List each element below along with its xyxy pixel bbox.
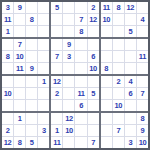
sudoku-box-11: 12110117 <box>51 113 98 148</box>
sudoku-cell-r7c2[interactable] <box>14 76 25 87</box>
sudoku-cell-r11c4[interactable]: 3 <box>38 125 49 136</box>
sudoku-cell-r8c7[interactable]: 11 <box>75 88 86 99</box>
sudoku-cell-r11c2[interactable] <box>14 125 25 136</box>
sudoku-cell-r6c11[interactable] <box>125 63 136 74</box>
sudoku-cell-r10c4[interactable] <box>38 113 49 124</box>
sudoku-cell-r10c12[interactable]: 8 <box>137 113 148 124</box>
sudoku-cell-r10c7[interactable] <box>75 113 86 124</box>
sudoku-cell-r1c2[interactable]: 9 <box>14 2 25 13</box>
sudoku-cell-r9c11[interactable] <box>125 100 136 111</box>
sudoku-cell-r12c2[interactable]: 8 <box>14 137 25 148</box>
sudoku-cell-r11c5[interactable]: 1 <box>51 125 62 136</box>
sudoku-cell-r12c11[interactable]: 3 <box>125 137 136 148</box>
sudoku-cell-r5c10[interactable] <box>113 51 124 62</box>
sudoku-cell-r7c9[interactable] <box>101 76 112 87</box>
sudoku-box-1: 391181 <box>2 2 49 37</box>
sudoku-cell-r5c5[interactable]: 7 <box>51 51 62 62</box>
sudoku-cell-r10c6[interactable]: 12 <box>63 113 74 124</box>
sudoku-cell-r12c7[interactable] <box>75 137 86 148</box>
sudoku-cell-r4c2[interactable]: 7 <box>14 39 25 50</box>
sudoku-cell-r8c11[interactable]: 6 <box>125 88 136 99</box>
sudoku-cell-r10c2[interactable]: 1 <box>14 113 25 124</box>
sudoku-cell-r8c2[interactable] <box>14 88 25 99</box>
sudoku-cell-r2c5[interactable] <box>51 14 62 25</box>
sudoku-cell-r9c1[interactable] <box>2 100 13 111</box>
sudoku-cell-r11c12[interactable]: 9 <box>137 125 148 136</box>
sudoku-cell-r10c9[interactable] <box>101 113 112 124</box>
sudoku-cell-r1c4[interactable] <box>38 2 49 13</box>
sudoku-cell-r1c3[interactable] <box>26 2 37 13</box>
sudoku-cell-r1c7[interactable] <box>75 2 86 13</box>
sudoku-cell-r4c3[interactable] <box>26 39 37 50</box>
sudoku-cell-r1c5[interactable]: 5 <box>51 2 62 13</box>
sudoku-cell-r11c6[interactable]: 10 <box>63 125 74 136</box>
sudoku-cell-r6c1[interactable] <box>2 63 13 74</box>
sudoku-cell-r9c12[interactable] <box>137 100 148 111</box>
sudoku-cell-r8c3[interactable] <box>26 88 37 99</box>
sudoku-cell-r2c11[interactable] <box>125 14 136 25</box>
sudoku-box-7: 110 <box>2 76 49 111</box>
sudoku-cell-r4c1[interactable] <box>2 39 13 50</box>
sudoku-cell-r2c6[interactable] <box>63 14 74 25</box>
sudoku-cell-r8c10[interactable] <box>113 88 124 99</box>
sudoku-cell-r1c6[interactable] <box>63 2 74 13</box>
sudoku-cell-r4c9[interactable] <box>101 39 112 50</box>
sudoku-cell-r3c9[interactable] <box>101 26 112 37</box>
sudoku-box-6: 118 <box>101 39 148 74</box>
sudoku-box-10: 1231285 <box>2 113 49 148</box>
sudoku-cell-r8c1[interactable]: 10 <box>2 88 13 99</box>
sudoku-cell-r1c10[interactable]: 8 <box>113 2 124 13</box>
sudoku-cell-r12c3[interactable]: 5 <box>26 137 37 148</box>
sudoku-cell-r11c9[interactable] <box>101 125 112 136</box>
sudoku-cell-r8c8[interactable]: 5 <box>88 88 99 99</box>
sudoku-cell-r3c6[interactable] <box>63 26 74 37</box>
sudoku-cell-r10c3[interactable] <box>26 113 37 124</box>
sudoku-cell-r11c10[interactable]: 7 <box>113 125 124 136</box>
sudoku-cell-r12c4[interactable] <box>38 137 49 148</box>
sudoku-cell-r9c5[interactable] <box>51 100 62 111</box>
sudoku-cell-r5c6[interactable]: 3 <box>63 51 74 62</box>
sudoku-cell-r6c5[interactable] <box>51 63 62 74</box>
sudoku-cell-r5c12[interactable]: 11 <box>137 51 148 62</box>
sudoku-cell-r1c11[interactable]: 12 <box>125 2 136 13</box>
sudoku-box-12: 879310 <box>101 113 148 148</box>
sudoku-cell-r6c6[interactable] <box>63 63 74 74</box>
sudoku-cell-r7c3[interactable] <box>26 76 37 87</box>
sudoku-cell-r6c3[interactable]: 9 <box>26 63 37 74</box>
sudoku-cell-r10c1[interactable] <box>2 113 13 124</box>
sudoku-cell-r8c6[interactable] <box>63 88 74 99</box>
sudoku-cell-r12c12[interactable]: 10 <box>137 137 148 148</box>
sudoku-cell-r6c9[interactable]: 8 <box>101 63 112 74</box>
sudoku-box-2: 527128 <box>51 2 98 37</box>
sudoku-cell-r3c12[interactable] <box>137 26 148 37</box>
sudoku-cell-r4c4[interactable] <box>38 39 49 50</box>
sudoku-cell-r5c3[interactable] <box>26 51 37 62</box>
sudoku-cell-r5c9[interactable] <box>101 51 112 62</box>
sudoku-cell-r9c8[interactable] <box>88 100 99 111</box>
sudoku-cell-r3c8[interactable] <box>88 26 99 37</box>
sudoku-cell-r3c4[interactable] <box>38 26 49 37</box>
sudoku-cell-r6c7[interactable] <box>75 63 86 74</box>
sudoku-cell-r9c6[interactable] <box>63 100 74 111</box>
sudoku-box-5: 973610 <box>51 39 98 74</box>
sudoku-cell-r12c1[interactable]: 12 <box>2 137 13 148</box>
sudoku-cell-r11c3[interactable] <box>26 125 37 136</box>
sudoku-cell-r7c1[interactable] <box>2 76 13 87</box>
sudoku-cell-r7c5[interactable]: 12 <box>51 76 62 87</box>
sudoku-cell-r6c10[interactable] <box>113 63 124 74</box>
sudoku-cell-r7c7[interactable] <box>75 76 86 87</box>
sudoku-cell-r6c4[interactable] <box>38 63 49 74</box>
sudoku-cell-r3c10[interactable] <box>113 26 124 37</box>
sudoku-cell-r12c6[interactable] <box>63 137 74 148</box>
sudoku-cell-r2c3[interactable]: 8 <box>26 14 37 25</box>
sudoku-board: 3911815271281181210457810119973610118110… <box>0 0 150 150</box>
sudoku-cell-r9c7[interactable]: 6 <box>75 100 86 111</box>
sudoku-cell-r1c12[interactable] <box>137 2 148 13</box>
sudoku-cell-r7c10[interactable]: 2 <box>113 76 124 87</box>
sudoku-cell-r12c9[interactable] <box>101 137 112 148</box>
sudoku-cell-r2c12[interactable]: 4 <box>137 14 148 25</box>
sudoku-cell-r4c6[interactable]: 9 <box>63 39 74 50</box>
sudoku-box-4: 7810119 <box>2 39 49 74</box>
sudoku-cell-r2c1[interactable]: 11 <box>2 14 13 25</box>
sudoku-cell-r1c8[interactable]: 2 <box>88 2 99 13</box>
sudoku-cell-r2c8[interactable]: 12 <box>88 14 99 25</box>
sudoku-cell-r12c5[interactable]: 11 <box>51 137 62 148</box>
sudoku-cell-r8c4[interactable] <box>38 88 49 99</box>
sudoku-cell-r6c8[interactable]: 10 <box>88 63 99 74</box>
sudoku-cell-r12c10[interactable] <box>113 137 124 148</box>
sudoku-cell-r7c8[interactable] <box>88 76 99 87</box>
sudoku-cell-r10c10[interactable] <box>113 113 124 124</box>
sudoku-cell-r3c11[interactable]: 5 <box>125 26 136 37</box>
sudoku-cell-r9c3[interactable] <box>26 100 37 111</box>
sudoku-cell-r9c2[interactable] <box>14 100 25 111</box>
sudoku-cell-r9c4[interactable] <box>38 100 49 111</box>
sudoku-cell-r5c8[interactable]: 6 <box>88 51 99 62</box>
sudoku-cell-r7c4[interactable]: 1 <box>38 76 49 87</box>
sudoku-cell-r6c12[interactable] <box>137 63 148 74</box>
sudoku-cell-r5c7[interactable] <box>75 51 86 62</box>
sudoku-cell-r3c5[interactable] <box>51 26 62 37</box>
sudoku-cell-r3c3[interactable] <box>26 26 37 37</box>
sudoku-box-3: 118121045 <box>101 2 148 37</box>
sudoku-cell-r4c12[interactable] <box>137 39 148 50</box>
sudoku-box-8: 1221156 <box>51 76 98 111</box>
sudoku-cell-r8c12[interactable]: 7 <box>137 88 148 99</box>
sudoku-cell-r5c11[interactable] <box>125 51 136 62</box>
sudoku-cell-r3c7[interactable]: 8 <box>75 26 86 37</box>
sudoku-cell-r2c10[interactable] <box>113 14 124 25</box>
sudoku-cell-r4c5[interactable] <box>51 39 62 50</box>
sudoku-cell-r2c9[interactable]: 10 <box>101 14 112 25</box>
sudoku-cell-r5c4[interactable] <box>38 51 49 62</box>
sudoku-cell-r6c2[interactable]: 11 <box>14 63 25 74</box>
sudoku-cell-r4c11[interactable] <box>125 39 136 50</box>
sudoku-cell-r7c6[interactable] <box>63 76 74 87</box>
sudoku-cell-r8c5[interactable]: 2 <box>51 88 62 99</box>
sudoku-cell-r7c11[interactable]: 4 <box>125 76 136 87</box>
sudoku-cell-r2c2[interactable] <box>14 14 25 25</box>
sudoku-cell-r5c1[interactable]: 8 <box>2 51 13 62</box>
sudoku-cell-r1c9[interactable]: 11 <box>101 2 112 13</box>
sudoku-cell-r5c2[interactable]: 10 <box>14 51 25 62</box>
sudoku-cell-r7c12[interactable] <box>137 76 148 87</box>
sudoku-cell-r11c1[interactable]: 2 <box>2 125 13 136</box>
sudoku-cell-r12c8[interactable]: 7 <box>88 137 99 148</box>
sudoku-cell-r4c7[interactable] <box>75 39 86 50</box>
sudoku-cell-r9c9[interactable] <box>101 100 112 111</box>
sudoku-cell-r8c9[interactable] <box>101 88 112 99</box>
sudoku-cell-r2c7[interactable]: 7 <box>75 14 86 25</box>
sudoku-cell-r4c10[interactable] <box>113 39 124 50</box>
sudoku-cell-r4c8[interactable] <box>88 39 99 50</box>
sudoku-cell-r11c7[interactable] <box>75 125 86 136</box>
sudoku-cell-r11c11[interactable] <box>125 125 136 136</box>
sudoku-cell-r3c2[interactable] <box>14 26 25 37</box>
sudoku-cell-r1c1[interactable]: 3 <box>2 2 13 13</box>
sudoku-cell-r3c1[interactable]: 1 <box>2 26 13 37</box>
sudoku-cell-r10c5[interactable] <box>51 113 62 124</box>
sudoku-cell-r10c8[interactable] <box>88 113 99 124</box>
sudoku-cell-r2c4[interactable] <box>38 14 49 25</box>
sudoku-cell-r11c8[interactable] <box>88 125 99 136</box>
sudoku-cell-r9c10[interactable]: 10 <box>113 100 124 111</box>
sudoku-box-9: 246710 <box>101 76 148 111</box>
sudoku-cell-r10c11[interactable] <box>125 113 136 124</box>
